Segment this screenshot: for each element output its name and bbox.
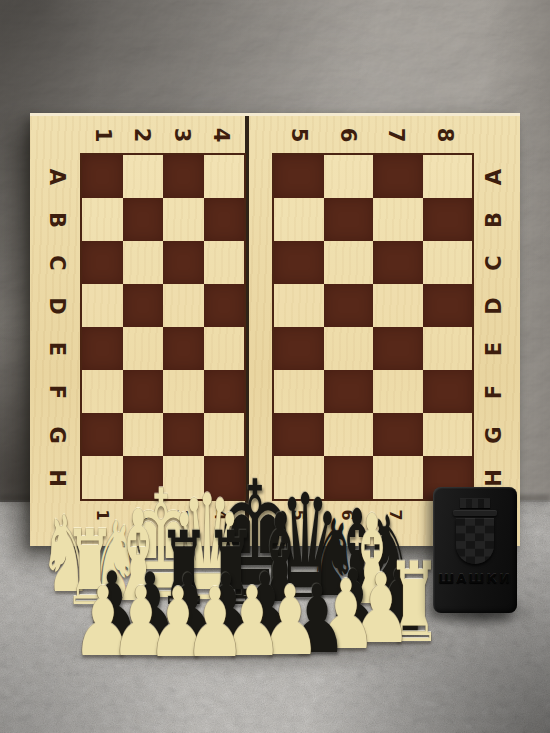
square-h6 — [324, 456, 374, 499]
square-c7 — [373, 241, 423, 284]
square-c4 — [204, 241, 245, 284]
file-label-top-5: 5 — [288, 128, 309, 143]
board-left-grid — [80, 153, 246, 501]
square-d5 — [274, 284, 324, 327]
square-f7 — [373, 370, 423, 413]
square-e4 — [204, 327, 245, 370]
square-a2 — [123, 155, 164, 198]
square-e8 — [423, 327, 473, 370]
file-label-top-2: 2 — [131, 128, 152, 143]
square-e5 — [274, 327, 324, 370]
square-g1 — [82, 413, 123, 456]
file-label-bottom-3: 3 — [173, 509, 189, 520]
file-label-bottom-6: 6 — [339, 509, 355, 520]
file-label-bottom-4: 4 — [212, 509, 228, 520]
chess-set-photo: 1234567812345678ABCDEFGHABCDEFGH ♞♜♞♝♚♜♛… — [0, 0, 550, 733]
file-label-top-1: 1 — [91, 128, 112, 143]
rank-label-left-e: E — [46, 341, 67, 355]
square-d4 — [204, 284, 245, 327]
square-f5 — [274, 370, 324, 413]
square-a7 — [373, 155, 423, 198]
square-h3 — [163, 456, 204, 499]
square-e3 — [163, 327, 204, 370]
square-f1 — [82, 370, 123, 413]
square-g6 — [324, 413, 374, 456]
rank-label-right-b: B — [484, 211, 505, 227]
rank-label-right-d: D — [484, 297, 505, 314]
rank-label-left-a: A — [46, 168, 67, 184]
square-g8 — [423, 413, 473, 456]
square-e7 — [373, 327, 423, 370]
square-b5 — [274, 198, 324, 241]
box-label: ШАШКИ — [433, 571, 517, 586]
file-label-top-6: 6 — [336, 128, 357, 143]
file-label-bottom-7: 7 — [387, 509, 403, 520]
rank-label-left-f: F — [46, 384, 67, 398]
square-b4 — [204, 198, 245, 241]
square-b2 — [123, 198, 164, 241]
file-label-top-4: 4 — [210, 128, 231, 143]
square-d1 — [82, 284, 123, 327]
square-h7 — [373, 456, 423, 499]
square-f3 — [163, 370, 204, 413]
square-c2 — [123, 241, 164, 284]
crest-shield — [456, 518, 494, 564]
square-f4 — [204, 370, 245, 413]
file-label-top-3: 3 — [170, 128, 191, 143]
square-g5 — [274, 413, 324, 456]
square-b7 — [373, 198, 423, 241]
crest-crown — [460, 499, 490, 508]
square-b1 — [82, 198, 123, 241]
file-label-top-7: 7 — [385, 128, 406, 143]
square-f8 — [423, 370, 473, 413]
file-label-bottom-2: 2 — [133, 509, 149, 520]
rank-label-left-h: H — [46, 469, 67, 487]
square-a3 — [163, 155, 204, 198]
square-c3 — [163, 241, 204, 284]
square-c8 — [423, 241, 473, 284]
square-d2 — [123, 284, 164, 327]
square-h1 — [82, 456, 123, 499]
rank-label-right-g: G — [484, 426, 505, 443]
square-e1 — [82, 327, 123, 370]
square-b3 — [163, 198, 204, 241]
square-e6 — [324, 327, 374, 370]
board-right-half — [249, 116, 520, 546]
rank-label-right-a: A — [484, 168, 505, 184]
square-d6 — [324, 284, 374, 327]
crest-bar — [453, 510, 497, 516]
chessboard: 1234567812345678ABCDEFGHABCDEFGH — [30, 113, 520, 546]
file-label-bottom-5: 5 — [290, 509, 306, 520]
square-a6 — [324, 155, 374, 198]
rank-label-left-d: D — [46, 297, 67, 314]
square-a4 — [204, 155, 245, 198]
square-c6 — [324, 241, 374, 284]
square-g3 — [163, 413, 204, 456]
square-a1 — [82, 155, 123, 198]
file-label-top-8: 8 — [433, 128, 454, 143]
square-g7 — [373, 413, 423, 456]
square-h4 — [204, 456, 245, 499]
square-d3 — [163, 284, 204, 327]
square-b8 — [423, 198, 473, 241]
file-label-bottom-1: 1 — [94, 509, 110, 520]
square-g4 — [204, 413, 245, 456]
square-e2 — [123, 327, 164, 370]
rank-label-right-c: C — [484, 255, 505, 270]
box-crest — [453, 499, 497, 564]
square-c5 — [274, 241, 324, 284]
square-d7 — [373, 284, 423, 327]
square-h2 — [123, 456, 164, 499]
rank-label-right-e: E — [484, 341, 505, 355]
rank-label-left-g: G — [46, 426, 67, 443]
square-d8 — [423, 284, 473, 327]
square-a5 — [274, 155, 324, 198]
rank-label-left-c: C — [46, 255, 67, 270]
rank-label-left-b: B — [46, 211, 67, 227]
square-f6 — [324, 370, 374, 413]
board-right-grid — [272, 153, 474, 501]
rank-label-right-h: H — [484, 469, 505, 487]
square-h5 — [274, 456, 324, 499]
square-b6 — [324, 198, 374, 241]
square-g2 — [123, 413, 164, 456]
checkers-box: ШАШКИ — [433, 487, 517, 613]
square-c1 — [82, 241, 123, 284]
square-a8 — [423, 155, 473, 198]
rank-label-right-f: F — [484, 384, 505, 398]
square-f2 — [123, 370, 164, 413]
